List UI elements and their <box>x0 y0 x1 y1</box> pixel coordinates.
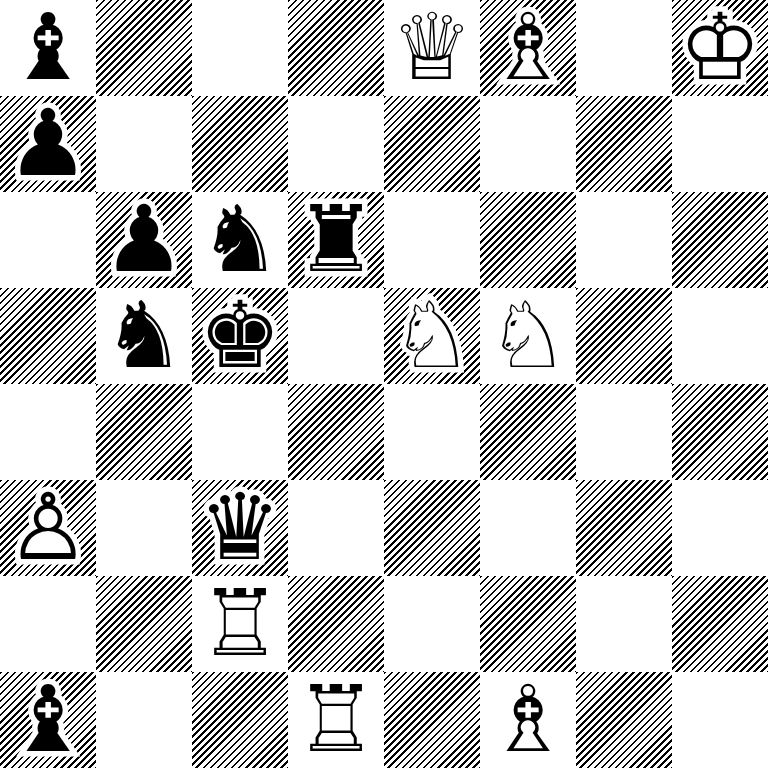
square-h6[interactable] <box>672 192 768 288</box>
white-rook-icon[interactable]: ♖ <box>192 576 288 672</box>
square-c1[interactable] <box>192 672 288 768</box>
black-pawn-icon[interactable]: ♟ <box>0 96 96 192</box>
white-pawn-icon[interactable]: ♙ <box>0 480 96 576</box>
square-b4[interactable] <box>96 384 192 480</box>
square-f4[interactable] <box>480 384 576 480</box>
square-e7[interactable] <box>384 96 480 192</box>
white-bishop-icon[interactable]: ♗ <box>480 672 576 768</box>
square-e6[interactable] <box>384 192 480 288</box>
square-b1[interactable] <box>96 672 192 768</box>
square-b6[interactable]: ♟♟ <box>96 192 192 288</box>
square-h7[interactable] <box>672 96 768 192</box>
square-c4[interactable] <box>192 384 288 480</box>
white-knight-icon[interactable]: ♘ <box>480 288 576 384</box>
square-a7[interactable]: ♟♟ <box>0 96 96 192</box>
square-c6[interactable]: ♞♞ <box>192 192 288 288</box>
black-knight-icon[interactable]: ♞ <box>192 192 288 288</box>
square-c8[interactable] <box>192 0 288 96</box>
square-c5[interactable]: ♚♚ <box>192 288 288 384</box>
square-b3[interactable] <box>96 480 192 576</box>
square-d5[interactable] <box>288 288 384 384</box>
square-h3[interactable] <box>672 480 768 576</box>
black-king-icon[interactable]: ♚ <box>192 288 288 384</box>
square-a8[interactable]: ♝♝ <box>0 0 96 96</box>
square-d2[interactable] <box>288 576 384 672</box>
black-queen-icon[interactable]: ♛ <box>192 480 288 576</box>
square-a5[interactable] <box>0 288 96 384</box>
square-d1[interactable]: ♜♖ <box>288 672 384 768</box>
square-g8[interactable] <box>576 0 672 96</box>
square-a3[interactable]: ♟♙ <box>0 480 96 576</box>
white-bishop-icon[interactable]: ♗ <box>480 0 576 96</box>
square-f3[interactable] <box>480 480 576 576</box>
square-b5[interactable]: ♞♞ <box>96 288 192 384</box>
square-a6[interactable] <box>0 192 96 288</box>
black-rook-icon[interactable]: ♜ <box>288 192 384 288</box>
square-c2[interactable]: ♜♖ <box>192 576 288 672</box>
square-h8[interactable]: ♚♔ <box>672 0 768 96</box>
square-g4[interactable] <box>576 384 672 480</box>
square-f7[interactable] <box>480 96 576 192</box>
square-a4[interactable] <box>0 384 96 480</box>
black-bishop-icon[interactable]: ♝ <box>0 0 96 96</box>
white-queen-icon[interactable]: ♕ <box>384 0 480 96</box>
square-f6[interactable] <box>480 192 576 288</box>
white-king-icon[interactable]: ♔ <box>672 0 768 96</box>
square-h1[interactable] <box>672 672 768 768</box>
square-g5[interactable] <box>576 288 672 384</box>
square-d7[interactable] <box>288 96 384 192</box>
square-a1[interactable]: ♝♝ <box>0 672 96 768</box>
square-e1[interactable] <box>384 672 480 768</box>
square-g3[interactable] <box>576 480 672 576</box>
square-c3[interactable]: ♛♛ <box>192 480 288 576</box>
square-b8[interactable] <box>96 0 192 96</box>
square-e5[interactable]: ♞♘ <box>384 288 480 384</box>
black-pawn-icon[interactable]: ♟ <box>96 192 192 288</box>
square-g6[interactable] <box>576 192 672 288</box>
black-bishop-icon[interactable]: ♝ <box>0 672 96 768</box>
square-h2[interactable] <box>672 576 768 672</box>
square-f1[interactable]: ♝♗ <box>480 672 576 768</box>
square-a2[interactable] <box>0 576 96 672</box>
square-g1[interactable] <box>576 672 672 768</box>
square-e2[interactable] <box>384 576 480 672</box>
square-g2[interactable] <box>576 576 672 672</box>
square-f5[interactable]: ♞♘ <box>480 288 576 384</box>
square-d6[interactable]: ♜♜ <box>288 192 384 288</box>
square-c7[interactable] <box>192 96 288 192</box>
square-d3[interactable] <box>288 480 384 576</box>
square-d4[interactable] <box>288 384 384 480</box>
white-rook-icon[interactable]: ♖ <box>288 672 384 768</box>
square-d8[interactable] <box>288 0 384 96</box>
square-e3[interactable] <box>384 480 480 576</box>
square-b2[interactable] <box>96 576 192 672</box>
chess-board: ♝♝♛♕♝♗♚♔♟♟♟♟♞♞♜♜♞♞♚♚♞♘♞♘♟♙♛♛♜♖♝♝♜♖♝♗ <box>0 0 768 768</box>
white-knight-icon[interactable]: ♘ <box>384 288 480 384</box>
black-knight-icon[interactable]: ♞ <box>96 288 192 384</box>
square-e8[interactable]: ♛♕ <box>384 0 480 96</box>
square-f2[interactable] <box>480 576 576 672</box>
square-e4[interactable] <box>384 384 480 480</box>
square-f8[interactable]: ♝♗ <box>480 0 576 96</box>
square-h5[interactable] <box>672 288 768 384</box>
square-h4[interactable] <box>672 384 768 480</box>
square-g7[interactable] <box>576 96 672 192</box>
square-b7[interactable] <box>96 96 192 192</box>
